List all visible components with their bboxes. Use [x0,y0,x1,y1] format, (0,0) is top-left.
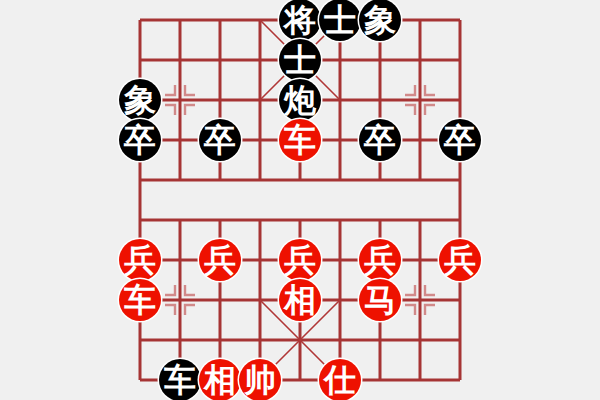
red-chariot-2[interactable]: 车 [119,279,161,321]
piece-glyph: 兵 [124,244,156,276]
black-advisor-1[interactable]: 士 [319,0,361,41]
red-soldier-3[interactable]: 兵 [279,239,321,281]
piece-glyph: 兵 [284,244,316,276]
red-soldier-5[interactable]: 兵 [439,239,481,281]
black-soldier-4[interactable]: 卒 [439,119,481,161]
red-soldier-4[interactable]: 兵 [359,239,401,281]
piece-glyph: 卒 [444,124,476,156]
piece-glyph: 象 [364,4,396,36]
red-elephant-1[interactable]: 相 [279,279,321,321]
black-chariot[interactable]: 车 [159,359,201,400]
red-soldier-2[interactable]: 兵 [199,239,241,281]
piece-glyph: 卒 [204,124,236,156]
black-advisor-2[interactable]: 士 [279,39,321,81]
red-elephant-2[interactable]: 相 [199,359,241,400]
piece-glyph: 士 [324,4,356,36]
red-soldier-1[interactable]: 兵 [119,239,161,281]
piece-glyph: 相 [284,284,316,316]
piece-glyph: 炮 [284,84,316,116]
piece-glyph: 相 [204,364,236,396]
black-cannon[interactable]: 炮 [279,79,321,121]
black-elephant-1[interactable]: 象 [359,0,401,41]
red-general[interactable]: 帅 [239,359,281,400]
piece-glyph: 卒 [124,124,156,156]
piece-glyph: 兵 [364,244,396,276]
board-grid[interactable]: 将士象士象炮卒卒车卒卒兵兵兵兵兵车相马车相帅仕 [120,0,480,400]
xiangqi-screen: 将士象士象炮卒卒车卒卒兵兵兵兵兵车相马车相帅仕 [0,0,600,400]
piece-glyph: 车 [124,284,156,316]
black-soldier-3[interactable]: 卒 [359,119,401,161]
black-soldier-1[interactable]: 卒 [119,119,161,161]
piece-glyph: 帅 [244,364,276,396]
piece-glyph: 士 [284,44,316,76]
piece-glyph: 兵 [204,244,236,276]
black-general[interactable]: 将 [279,0,321,41]
piece-glyph: 车 [164,364,196,396]
piece-glyph: 仕 [324,364,356,396]
piece-glyph: 马 [364,284,396,316]
piece-glyph: 卒 [364,124,396,156]
piece-glyph: 象 [124,84,156,116]
black-soldier-2[interactable]: 卒 [199,119,241,161]
piece-glyph: 兵 [444,244,476,276]
black-elephant-2[interactable]: 象 [119,79,161,121]
red-chariot-1[interactable]: 车 [279,119,321,161]
red-advisor[interactable]: 仕 [319,359,361,400]
piece-glyph: 车 [284,124,316,156]
piece-glyph: 将 [284,4,316,36]
red-horse[interactable]: 马 [359,279,401,321]
